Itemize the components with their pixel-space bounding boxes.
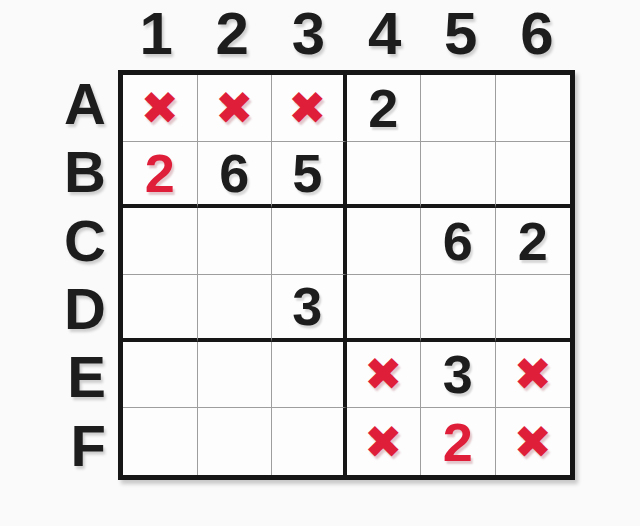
cell-B6[interactable] (496, 142, 571, 209)
cell-E6[interactable]: ✖ (496, 342, 571, 409)
cell-E5[interactable]: 3 (421, 342, 496, 409)
cell-F3[interactable] (272, 408, 347, 475)
cell-E1[interactable] (123, 342, 198, 409)
cell-A4[interactable]: 2 (347, 75, 422, 142)
cell-A6[interactable] (496, 75, 571, 142)
cell-C3[interactable] (272, 208, 347, 275)
cell-C2[interactable] (198, 208, 273, 275)
col-label-3: 3 (270, 0, 346, 68)
cell-F2[interactable] (198, 408, 273, 475)
cross-mark-icon: ✖ (513, 419, 552, 465)
row-label-C: C (28, 207, 114, 275)
col-label-5: 5 (423, 0, 499, 68)
row-labels: ABCDEF (28, 70, 114, 480)
cell-F4[interactable]: ✖ (347, 408, 422, 475)
cross-mark-icon: ✖ (288, 85, 327, 131)
cross-mark-icon: ✖ (513, 351, 552, 397)
column-headers: 123456 (118, 0, 575, 68)
cell-F1[interactable] (123, 408, 198, 475)
cell-digit: 3 (443, 347, 473, 401)
cell-digit: 2 (518, 214, 548, 268)
cell-digit: 6 (443, 214, 473, 268)
cell-D6[interactable] (496, 275, 571, 342)
cell-C6[interactable]: 2 (496, 208, 571, 275)
cell-B1[interactable]: 2 (123, 142, 198, 209)
board-grid: ✖✖✖2265623✖3✖✖2✖ (118, 70, 575, 480)
cell-B4[interactable] (347, 142, 422, 209)
row-label-B: B (28, 138, 114, 206)
cell-A5[interactable] (421, 75, 496, 142)
cell-digit: 6 (219, 146, 249, 200)
cell-B3[interactable]: 5 (272, 142, 347, 209)
cell-digit: 3 (292, 279, 322, 333)
cell-digit: 2 (145, 146, 175, 200)
cell-B2[interactable]: 6 (198, 142, 273, 209)
col-label-4: 4 (346, 0, 422, 68)
cell-D2[interactable] (198, 275, 273, 342)
cell-digit: 2 (443, 415, 473, 469)
puzzle-page: 123456 ABCDEF ✖✖✖2265623✖3✖✖2✖ (0, 0, 640, 526)
cross-mark-icon: ✖ (364, 419, 403, 465)
cell-C1[interactable] (123, 208, 198, 275)
cell-A2[interactable]: ✖ (198, 75, 273, 142)
cell-D4[interactable] (347, 275, 422, 342)
cell-D1[interactable] (123, 275, 198, 342)
cell-A3[interactable]: ✖ (272, 75, 347, 142)
cell-D3[interactable]: 3 (272, 275, 347, 342)
col-label-1: 1 (118, 0, 194, 68)
col-label-6: 6 (499, 0, 575, 68)
cell-E4[interactable]: ✖ (347, 342, 422, 409)
cell-C4[interactable] (347, 208, 422, 275)
cell-C5[interactable]: 6 (421, 208, 496, 275)
cross-mark-icon: ✖ (364, 351, 403, 397)
row-label-A: A (28, 70, 114, 138)
cell-E3[interactable] (272, 342, 347, 409)
cell-E2[interactable] (198, 342, 273, 409)
cell-B5[interactable] (421, 142, 496, 209)
row-label-E: E (28, 343, 114, 411)
cell-D5[interactable] (421, 275, 496, 342)
row-label-F: F (28, 412, 114, 480)
cross-mark-icon: ✖ (215, 85, 254, 131)
row-label-D: D (28, 275, 114, 343)
cell-F6[interactable]: ✖ (496, 408, 571, 475)
cell-digit: 2 (368, 81, 398, 135)
cross-mark-icon: ✖ (140, 85, 179, 131)
cell-F5[interactable]: 2 (421, 408, 496, 475)
cell-digit: 5 (292, 146, 322, 200)
col-label-2: 2 (194, 0, 270, 68)
cell-A1[interactable]: ✖ (123, 75, 198, 142)
